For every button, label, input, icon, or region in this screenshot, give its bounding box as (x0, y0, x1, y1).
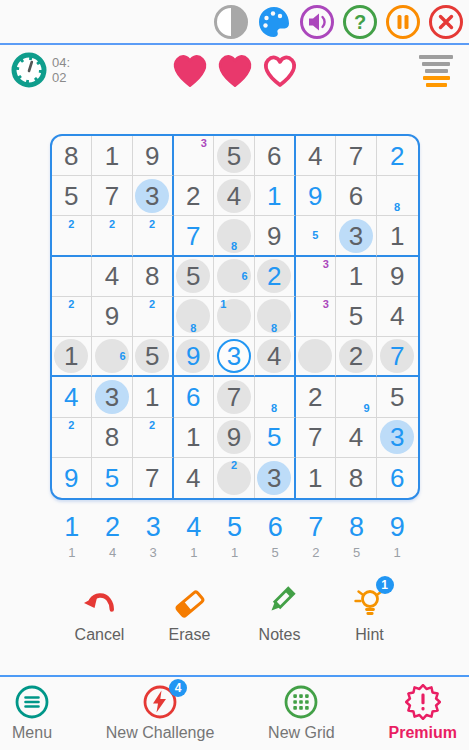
life-heart-filled (170, 51, 210, 89)
cell-r1c1[interactable]: 8 (52, 136, 93, 176)
numpad-digit-label: 3 (146, 512, 161, 542)
help-icon[interactable]: ? (342, 4, 378, 40)
cell-digit: 9 (105, 303, 119, 329)
pencil-notes: 8 (178, 299, 210, 334)
sudoku-app: ? 04: 02 81 (0, 0, 469, 750)
cell-digit: 1 (349, 263, 363, 289)
cell-digit: 1 (308, 465, 322, 491)
cell-r9c3[interactable]: 7 (133, 458, 174, 498)
sudoku-grid: 8193564725732419682227895314856231929281… (50, 134, 420, 500)
cell-digit: 2 (349, 343, 363, 369)
cell-r1c9[interactable]: 2 (377, 136, 418, 176)
cell-digit: 8 (105, 424, 119, 450)
cell-digit: 1 (390, 223, 404, 249)
topbar: ? (0, 0, 469, 43)
pencil-notes: 2 (56, 218, 88, 252)
cancel-button[interactable]: Cancel (67, 584, 133, 644)
numpad-digit-5[interactable]: 51 (214, 512, 255, 560)
cell-r2c8[interactable]: 6 (336, 176, 377, 216)
numpad-digit-label: 9 (390, 512, 405, 542)
cell-digit: 7 (105, 183, 119, 209)
cell-r7c9[interactable]: 5 (377, 377, 418, 417)
numpad-digit-4[interactable]: 41 (174, 512, 215, 560)
close-icon[interactable] (428, 4, 464, 40)
cell-r5c7[interactable]: 3 (296, 297, 337, 337)
cell-r8c7[interactable]: 7 (296, 418, 337, 458)
cell-r9c5[interactable]: 2 (214, 458, 255, 498)
cell-r6c2[interactable]: 6 (92, 337, 133, 377)
cell-digit: 2 (267, 263, 281, 289)
cell-digit: 7 (308, 424, 322, 450)
cell-digit: 7 (145, 465, 159, 491)
hint-label: Hint (355, 626, 383, 644)
new-challenge-label: New Challenge (106, 724, 215, 742)
palette-icon[interactable] (256, 4, 292, 40)
cell-r3c2[interactable]: 2 (92, 216, 133, 256)
cell-r2c5[interactable]: 4 (214, 176, 255, 216)
cell-r8c6[interactable]: 5 (255, 418, 296, 458)
cell-r5c4[interactable]: 8 (174, 297, 215, 337)
cell-r2c1[interactable]: 5 (52, 176, 93, 216)
cell-digit: 5 (64, 183, 78, 209)
hint-bulb-icon: 1 (352, 584, 388, 620)
cell-r3c6[interactable]: 9 (255, 216, 296, 256)
cell-r4c6[interactable]: 2 (255, 257, 296, 297)
pencil-notes: 8 (218, 218, 250, 252)
cell-r9c6[interactable]: 3 (255, 458, 296, 498)
cell-digit: 9 (186, 343, 200, 369)
cell-r6c1[interactable]: 1 (52, 337, 93, 377)
cell-r8c5[interactable]: 9 (214, 418, 255, 458)
numpad-remaining-count: 5 (353, 545, 360, 560)
cell-r3c8[interactable]: 3 (336, 216, 377, 256)
menu-icon (14, 684, 50, 720)
hint-button[interactable]: 1 Hint (337, 584, 403, 644)
cell-r7c1[interactable]: 4 (52, 377, 93, 417)
cell-digit: 4 (227, 183, 241, 209)
numpad-digit-label: 7 (308, 512, 323, 542)
premium-button[interactable]: Premium (389, 684, 457, 742)
cell-digit: 5 (227, 143, 241, 169)
cell-r7c8[interactable]: 9 (336, 377, 377, 417)
numpad-remaining-count: 4 (109, 545, 116, 560)
cell-r5c1[interactable]: 2 (52, 297, 93, 337)
undo-icon (82, 584, 118, 620)
cell-r3c5[interactable]: 8 (214, 216, 255, 256)
action-bar: Cancel Erase Notes 1 Hint (0, 584, 469, 644)
grid-icon (283, 684, 319, 720)
cell-r8c3[interactable]: 2 (133, 418, 174, 458)
cell-digit: 3 (105, 384, 119, 410)
pencil-notes: 8 (259, 299, 290, 334)
pencil-notes: 2 (218, 460, 250, 496)
pencil-notes: 8 (259, 379, 290, 414)
numpad-digit-label: 5 (227, 512, 242, 542)
cell-r8c1[interactable]: 2 (52, 418, 93, 458)
cell-digit: 6 (267, 143, 281, 169)
cell-digit: 4 (64, 384, 78, 410)
cell-r8c9[interactable]: 3 (377, 418, 418, 458)
cell-digit: 9 (267, 223, 281, 249)
pencil-notes: 3 (300, 299, 332, 334)
pencil-notes: 6 (218, 259, 250, 294)
cell-r6c8[interactable]: 2 (336, 337, 377, 377)
pencil-notes: 2 (56, 299, 88, 334)
cell-digit: 5 (145, 343, 159, 369)
cell-r3c1[interactable]: 2 (52, 216, 93, 256)
cell-r6c6[interactable]: 4 (255, 337, 296, 377)
cell-digit: 8 (145, 263, 159, 289)
cell-r1c5[interactable]: 5 (214, 136, 255, 176)
timer: 04: 02 (10, 51, 70, 89)
cell-digit: 7 (390, 343, 404, 369)
cell-r5c3[interactable]: 2 (133, 297, 174, 337)
cancel-label: Cancel (75, 626, 125, 644)
cell-digit: 3 (145, 183, 159, 209)
numpad-digit-7[interactable]: 72 (296, 512, 337, 560)
cell-r8c8[interactable]: 4 (336, 418, 377, 458)
cell-r6c7[interactable] (296, 337, 337, 377)
notes-button[interactable]: Notes (247, 584, 313, 644)
numpad-digit-8[interactable]: 85 (336, 512, 377, 560)
pencil-notes: 2 (137, 218, 168, 252)
cell-r5c9[interactable]: 4 (377, 297, 418, 337)
cell-digit: 4 (308, 143, 322, 169)
numpad-remaining-count: 3 (150, 545, 157, 560)
cell-digit: 9 (390, 263, 404, 289)
cell-r8c4[interactable]: 1 (174, 418, 215, 458)
status-bar: 04: 02 (0, 45, 469, 97)
cell-r1c7[interactable]: 4 (296, 136, 337, 176)
cell-digit: 9 (64, 465, 78, 491)
cell-digit: 5 (267, 424, 281, 450)
cell-r6c4[interactable]: 9 (174, 337, 215, 377)
numpad-remaining-count: 1 (231, 545, 238, 560)
pencil-notes: 2 (137, 299, 168, 334)
cell-r6c9[interactable]: 7 (377, 337, 418, 377)
pencil-notes: 3 (178, 138, 210, 173)
clock-icon (10, 51, 48, 89)
numpad-remaining-count: 2 (312, 545, 319, 560)
cell-r9c8[interactable]: 8 (336, 458, 377, 498)
notes-label: Notes (259, 626, 301, 644)
cell-digit: 6 (390, 465, 404, 491)
cell-r4c4[interactable]: 5 (174, 257, 215, 297)
pencil-notes: 5 (300, 218, 332, 252)
pencil-notes: 1 (218, 299, 250, 334)
cell-digit: 3 (390, 424, 404, 450)
premium-label: Premium (389, 724, 457, 742)
cell-r6c3[interactable]: 5 (133, 337, 174, 377)
cell-r7c4[interactable]: 6 (174, 377, 215, 417)
cell-digit: 3 (227, 343, 241, 369)
life-heart-filled (215, 51, 255, 89)
menu-label: Menu (12, 724, 52, 742)
numpad-digit-label: 1 (64, 512, 79, 542)
pencil-icon (262, 584, 298, 620)
cell-r4c7[interactable]: 3 (296, 257, 337, 297)
cell-r6c5[interactable]: 3 (214, 337, 255, 377)
numpad-digit-9[interactable]: 91 (377, 512, 418, 560)
numpad-digit-2[interactable]: 24 (92, 512, 133, 560)
cell-r5c2[interactable]: 9 (92, 297, 133, 337)
pencil-notes: 9 (340, 379, 372, 414)
cell-digit: 8 (349, 465, 363, 491)
cell-digit: 2 (308, 384, 322, 410)
numpad-digit-label: 4 (186, 512, 201, 542)
cell-r4c9[interactable]: 9 (377, 257, 418, 297)
cell-r9c2[interactable]: 5 (92, 458, 133, 498)
cell-r7c6[interactable]: 8 (255, 377, 296, 417)
cell-digit: 5 (390, 384, 404, 410)
cell-r5c8[interactable]: 5 (336, 297, 377, 337)
pencil-notes: 2 (96, 218, 128, 252)
cell-r1c6[interactable]: 6 (255, 136, 296, 176)
contrast-icon[interactable] (213, 4, 249, 40)
cell-digit: 7 (186, 223, 200, 249)
cell-digit: 5 (349, 303, 363, 329)
cell-r3c3[interactable]: 2 (133, 216, 174, 256)
menu-button[interactable]: Menu (12, 684, 52, 742)
numpad-remaining-count: 1 (394, 545, 401, 560)
cell-digit: 6 (186, 384, 200, 410)
cell-r5c5[interactable]: 1 (214, 297, 255, 337)
cell-digit: 6 (349, 183, 363, 209)
cell-digit: 1 (64, 343, 78, 369)
new-grid-button[interactable]: New Grid (268, 684, 335, 742)
cell-r3c4[interactable]: 7 (174, 216, 215, 256)
numpad-digit-label: 8 (349, 512, 364, 542)
cell-r4c5[interactable]: 6 (214, 257, 255, 297)
new-challenge-button[interactable]: 4 New Challenge (106, 684, 215, 742)
numpad-remaining-count: 5 (272, 545, 279, 560)
cell-r8c2[interactable]: 8 (92, 418, 133, 458)
cell-digit: 2 (186, 183, 200, 209)
numpad: 112433415165728591 (52, 512, 418, 560)
cell-digit: 4 (105, 263, 119, 289)
cell-digit: 7 (227, 384, 241, 410)
cell-r9c1[interactable]: 9 (52, 458, 93, 498)
pencil-notes: 3 (300, 259, 332, 294)
cell-r2c7[interactable]: 9 (296, 176, 337, 216)
sound-icon[interactable] (299, 4, 335, 40)
cell-digit: 2 (390, 143, 404, 169)
numpad-remaining-count: 1 (190, 545, 197, 560)
svg-text:?: ? (354, 11, 366, 33)
cell-digit: 3 (349, 223, 363, 249)
pencil-notes: 6 (96, 339, 128, 373)
cell-r2c2[interactable]: 7 (92, 176, 133, 216)
numpad-digit-3[interactable]: 33 (133, 512, 174, 560)
cell-digit: 5 (186, 263, 200, 289)
cell-r4c2[interactable]: 4 (92, 257, 133, 297)
pencil-notes: 2 (56, 420, 88, 455)
cell-r1c2[interactable]: 1 (92, 136, 133, 176)
cell-r4c1[interactable] (52, 257, 93, 297)
cell-r7c7[interactable]: 2 (296, 377, 337, 417)
bottom-nav: Menu 4 New Challenge New Grid Premium (0, 675, 469, 750)
new-grid-label: New Grid (268, 724, 335, 742)
challenge-bolt-icon: 4 (142, 684, 178, 720)
cell-digit: 1 (267, 183, 281, 209)
cell-digit: 8 (64, 143, 78, 169)
life-heart-empty (260, 51, 300, 89)
cell-r7c2[interactable]: 3 (92, 377, 133, 417)
numpad-digit-label: 6 (268, 512, 283, 542)
cell-r4c3[interactable]: 8 (133, 257, 174, 297)
numpad-remaining-count: 1 (68, 545, 75, 560)
challenge-badge: 4 (169, 679, 187, 697)
timer-seconds: 02 (52, 70, 70, 85)
pencil-notes: 8 (381, 178, 414, 213)
board-area: 8193564725732419682227895314856231929281… (0, 134, 469, 500)
cell-digit: 4 (267, 343, 281, 369)
cell-r9c4[interactable]: 4 (174, 458, 215, 498)
numpad-digit-6[interactable]: 65 (255, 512, 296, 560)
hint-badge: 1 (376, 576, 394, 594)
premium-star-icon (405, 684, 441, 720)
cell-r4c8[interactable]: 1 (336, 257, 377, 297)
numpad-digit-label: 2 (105, 512, 120, 542)
cell-r1c4[interactable]: 3 (174, 136, 215, 176)
cell-digit: 1 (145, 384, 159, 410)
timer-minutes: 04: (52, 55, 70, 70)
cell-r2c3[interactable]: 3 (133, 176, 174, 216)
cell-digit: 7 (349, 143, 363, 169)
cell-r9c9[interactable]: 6 (377, 458, 418, 498)
erase-button[interactable]: Erase (157, 584, 223, 644)
cell-digit: 5 (105, 465, 119, 491)
cell-digit: 3 (267, 465, 281, 491)
pencil-notes: 2 (137, 420, 168, 455)
cell-r7c3[interactable]: 1 (133, 377, 174, 417)
cell-r1c8[interactable]: 7 (336, 136, 377, 176)
numpad-digit-1[interactable]: 11 (52, 512, 93, 560)
cell-digit: 9 (227, 424, 241, 450)
eraser-icon (172, 584, 208, 620)
lives (170, 51, 300, 89)
cell-r3c7[interactable]: 5 (296, 216, 337, 256)
cell-digit: 9 (308, 183, 322, 209)
cell-r2c6[interactable]: 1 (255, 176, 296, 216)
cell-digit: 4 (390, 303, 404, 329)
pause-icon[interactable] (385, 4, 421, 40)
difficulty-icon[interactable] (419, 55, 453, 87)
cell-r2c9[interactable]: 8 (377, 176, 418, 216)
cell-r2c4[interactable]: 2 (174, 176, 215, 216)
cell-digit: 1 (186, 424, 200, 450)
cell-r1c3[interactable]: 9 (133, 136, 174, 176)
cell-digit: 4 (186, 465, 200, 491)
cell-digit: 1 (105, 143, 119, 169)
cell-digit: 9 (145, 143, 159, 169)
cell-r5c6[interactable]: 8 (255, 297, 296, 337)
cell-digit: 4 (349, 424, 363, 450)
cell-r7c5[interactable]: 7 (214, 377, 255, 417)
cell-r3c9[interactable]: 1 (377, 216, 418, 256)
erase-label: Erase (169, 626, 211, 644)
cell-r9c7[interactable]: 1 (296, 458, 337, 498)
